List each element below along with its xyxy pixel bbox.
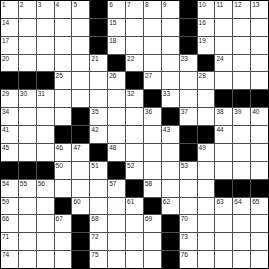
clue-number-36: 36 bbox=[145, 108, 152, 115]
clue-number-67: 67 bbox=[56, 215, 63, 222]
cell-10-5[interactable] bbox=[90, 180, 107, 197]
cell-14-3[interactable] bbox=[55, 251, 72, 268]
cell-12-12[interactable] bbox=[215, 215, 232, 232]
cell-0-2[interactable]: 3 bbox=[37, 1, 54, 18]
black-cell-4-2 bbox=[37, 72, 54, 89]
clue-number-66: 66 bbox=[2, 215, 9, 222]
black-cell-10-7 bbox=[126, 180, 143, 197]
cell-10-0[interactable]: 54 bbox=[1, 180, 18, 197]
cell-5-9[interactable]: 33 bbox=[162, 90, 179, 107]
cell-2-12[interactable] bbox=[215, 37, 232, 54]
cell-8-8[interactable] bbox=[144, 144, 161, 161]
cell-0-13[interactable]: 12 bbox=[233, 1, 250, 18]
clue-number-7: 7 bbox=[127, 1, 131, 8]
cell-10-4[interactable] bbox=[72, 180, 89, 197]
cell-8-4[interactable]: 47 bbox=[72, 144, 89, 161]
cell-14-0[interactable]: 74 bbox=[1, 251, 18, 268]
black-cell-7-4 bbox=[72, 126, 89, 143]
cell-2-6[interactable]: 18 bbox=[108, 37, 125, 54]
cell-1-2[interactable] bbox=[37, 19, 54, 36]
cell-9-3[interactable]: 50 bbox=[55, 162, 72, 179]
cell-9-11[interactable] bbox=[198, 162, 215, 179]
cell-7-13[interactable] bbox=[233, 126, 250, 143]
cell-12-6[interactable] bbox=[108, 215, 125, 232]
cell-10-1[interactable]: 55 bbox=[19, 180, 36, 197]
clue-number-50: 50 bbox=[56, 162, 63, 169]
clue-number-35: 35 bbox=[91, 108, 98, 115]
black-cell-10-14 bbox=[251, 180, 268, 197]
cell-4-14[interactable] bbox=[251, 72, 268, 89]
cell-14-13[interactable] bbox=[233, 251, 250, 268]
cell-10-8[interactable]: 58 bbox=[144, 180, 161, 197]
cell-7-5[interactable]: 42 bbox=[90, 126, 107, 143]
cell-6-5[interactable]: 35 bbox=[90, 108, 107, 125]
clue-number-44: 44 bbox=[216, 126, 223, 133]
cell-5-5[interactable] bbox=[90, 90, 107, 107]
cell-6-12[interactable]: 38 bbox=[215, 108, 232, 125]
black-cell-11-8 bbox=[144, 198, 161, 215]
cell-2-13[interactable] bbox=[233, 37, 250, 54]
cell-9-12[interactable] bbox=[215, 162, 232, 179]
cell-5-10[interactable] bbox=[180, 90, 197, 107]
cell-13-12[interactable] bbox=[215, 233, 232, 250]
black-cell-12-4 bbox=[72, 215, 89, 232]
black-cell-6-4 bbox=[72, 108, 89, 125]
cell-6-8[interactable]: 36 bbox=[144, 108, 161, 125]
clue-number-6: 6 bbox=[109, 1, 113, 8]
clue-number-17: 17 bbox=[2, 37, 9, 44]
clue-number-24: 24 bbox=[216, 55, 223, 62]
black-cell-4-1 bbox=[19, 72, 36, 89]
cell-1-8[interactable] bbox=[144, 19, 161, 36]
cell-0-1[interactable]: 2 bbox=[19, 1, 36, 18]
cell-2-11[interactable]: 19 bbox=[198, 37, 215, 54]
cell-14-6[interactable] bbox=[108, 251, 125, 268]
clue-number-60: 60 bbox=[73, 198, 80, 205]
cell-3-12[interactable]: 24 bbox=[215, 55, 232, 72]
clue-number-30: 30 bbox=[20, 90, 27, 97]
cell-1-14[interactable] bbox=[251, 19, 268, 36]
clue-number-19: 19 bbox=[199, 37, 206, 44]
cell-1-12[interactable] bbox=[215, 19, 232, 36]
cell-2-14[interactable] bbox=[251, 37, 268, 54]
clue-number-51: 51 bbox=[91, 162, 98, 169]
clue-number-15: 15 bbox=[109, 19, 116, 26]
cell-14-2[interactable] bbox=[37, 251, 54, 268]
cell-11-1[interactable] bbox=[19, 198, 36, 215]
cell-0-9[interactable]: 9 bbox=[162, 1, 179, 18]
cell-7-8[interactable] bbox=[144, 126, 161, 143]
cell-13-0[interactable]: 71 bbox=[1, 233, 18, 250]
cell-3-8[interactable] bbox=[144, 55, 161, 72]
cell-9-7[interactable]: 52 bbox=[126, 162, 143, 179]
cell-2-7[interactable] bbox=[126, 37, 143, 54]
cell-5-1[interactable]: 30 bbox=[19, 90, 36, 107]
cell-0-6[interactable]: 6 bbox=[108, 1, 125, 18]
clue-number-69: 69 bbox=[145, 215, 152, 222]
cell-2-4[interactable] bbox=[72, 37, 89, 54]
cell-7-7[interactable] bbox=[126, 126, 143, 143]
cell-9-4[interactable] bbox=[72, 162, 89, 179]
cell-1-13[interactable] bbox=[233, 19, 250, 36]
clue-number-12: 12 bbox=[234, 1, 241, 8]
clue-number-75: 75 bbox=[91, 251, 98, 258]
cell-8-2[interactable] bbox=[37, 144, 54, 161]
clue-number-28: 28 bbox=[199, 72, 206, 79]
black-cell-9-2 bbox=[37, 162, 54, 179]
cell-7-14[interactable] bbox=[251, 126, 268, 143]
cell-1-9[interactable] bbox=[162, 19, 179, 36]
cell-13-14[interactable] bbox=[251, 233, 268, 250]
cell-0-0[interactable]: 1 bbox=[1, 1, 18, 18]
black-cell-9-1 bbox=[19, 162, 36, 179]
cell-14-5[interactable]: 75 bbox=[90, 251, 107, 268]
cell-4-10[interactable] bbox=[180, 72, 197, 89]
cell-11-10[interactable] bbox=[180, 198, 197, 215]
cell-10-6[interactable]: 57 bbox=[108, 180, 125, 197]
cell-3-0[interactable]: 20 bbox=[1, 55, 18, 72]
cell-9-5[interactable]: 51 bbox=[90, 162, 107, 179]
cell-12-11[interactable] bbox=[198, 215, 215, 232]
cell-12-14[interactable] bbox=[251, 215, 268, 232]
black-cell-14-9 bbox=[162, 251, 179, 268]
cell-9-8[interactable] bbox=[144, 162, 161, 179]
clue-number-2: 2 bbox=[20, 1, 24, 8]
black-cell-1-10 bbox=[180, 19, 197, 36]
clue-number-4: 4 bbox=[56, 1, 60, 8]
cell-4-6[interactable]: 26 bbox=[108, 72, 125, 89]
clue-number-55: 55 bbox=[20, 180, 27, 187]
cell-11-12[interactable]: 63 bbox=[215, 198, 232, 215]
cell-6-6[interactable] bbox=[108, 108, 125, 125]
clue-number-70: 70 bbox=[181, 215, 188, 222]
cell-8-7[interactable] bbox=[126, 144, 143, 161]
cell-9-9[interactable] bbox=[162, 162, 179, 179]
cell-12-1[interactable] bbox=[19, 215, 36, 232]
cell-12-2[interactable] bbox=[37, 215, 54, 232]
clue-number-18: 18 bbox=[109, 37, 116, 44]
cell-4-9[interactable] bbox=[162, 72, 179, 89]
cell-7-2[interactable] bbox=[37, 126, 54, 143]
clue-number-21: 21 bbox=[91, 55, 98, 62]
cell-12-13[interactable] bbox=[233, 215, 250, 232]
clue-number-37: 37 bbox=[181, 108, 188, 115]
clue-number-29: 29 bbox=[2, 90, 9, 97]
cell-7-0[interactable]: 41 bbox=[1, 126, 18, 143]
black-cell-5-12 bbox=[215, 90, 232, 107]
cell-1-1[interactable] bbox=[19, 19, 36, 36]
cell-2-3[interactable] bbox=[55, 37, 72, 54]
clue-number-76: 76 bbox=[181, 251, 188, 258]
black-cell-5-14 bbox=[251, 90, 268, 107]
cell-14-10[interactable]: 76 bbox=[180, 251, 197, 268]
black-cell-2-10 bbox=[180, 37, 197, 54]
clue-number-64: 64 bbox=[234, 198, 241, 205]
black-cell-13-9 bbox=[162, 233, 179, 250]
black-cell-10-12 bbox=[215, 180, 232, 197]
cell-0-12[interactable]: 11 bbox=[215, 1, 232, 18]
cell-7-6[interactable] bbox=[108, 126, 125, 143]
crossword-grid: 1234567891011121314151617181920212223242… bbox=[0, 0, 269, 269]
clue-number-48: 48 bbox=[109, 144, 116, 151]
cell-5-4[interactable] bbox=[72, 90, 89, 107]
clue-number-41: 41 bbox=[2, 126, 9, 133]
clue-number-45: 45 bbox=[2, 144, 9, 151]
cell-8-14[interactable] bbox=[251, 144, 268, 161]
clue-number-11: 11 bbox=[216, 1, 223, 8]
cell-5-6[interactable] bbox=[108, 90, 125, 107]
cell-11-9[interactable]: 62 bbox=[162, 198, 179, 215]
cell-7-12[interactable]: 44 bbox=[215, 126, 232, 143]
cell-13-7[interactable] bbox=[126, 233, 143, 250]
black-cell-6-9 bbox=[162, 108, 179, 125]
cell-12-8[interactable]: 69 bbox=[144, 215, 161, 232]
clue-number-68: 68 bbox=[91, 215, 98, 222]
cell-13-5[interactable]: 72 bbox=[90, 233, 107, 250]
cell-10-10[interactable] bbox=[180, 180, 197, 197]
cell-4-3[interactable]: 25 bbox=[55, 72, 72, 89]
clue-number-59: 59 bbox=[2, 198, 9, 205]
black-cell-8-10 bbox=[180, 144, 197, 161]
cell-0-11[interactable]: 10 bbox=[198, 1, 215, 18]
cell-3-10[interactable]: 23 bbox=[180, 55, 197, 72]
cell-2-2[interactable] bbox=[37, 37, 54, 54]
black-cell-9-0 bbox=[1, 162, 18, 179]
cell-3-5[interactable]: 21 bbox=[90, 55, 107, 72]
clue-number-49: 49 bbox=[199, 144, 206, 151]
clue-number-39: 39 bbox=[234, 108, 241, 115]
clue-number-33: 33 bbox=[163, 90, 170, 97]
cell-13-8[interactable] bbox=[144, 233, 161, 250]
clue-number-73: 73 bbox=[181, 233, 188, 240]
cell-4-11[interactable]: 28 bbox=[198, 72, 215, 89]
clue-number-72: 72 bbox=[91, 233, 98, 240]
cell-3-14[interactable] bbox=[251, 55, 268, 72]
black-cell-5-8 bbox=[144, 90, 161, 107]
cell-12-3[interactable]: 67 bbox=[55, 215, 72, 232]
clue-number-23: 23 bbox=[181, 55, 188, 62]
clue-number-74: 74 bbox=[2, 251, 9, 258]
cell-6-11[interactable] bbox=[198, 108, 215, 125]
cell-10-11[interactable] bbox=[198, 180, 215, 197]
clue-number-14: 14 bbox=[2, 19, 9, 26]
cell-14-12[interactable] bbox=[215, 251, 232, 268]
cell-6-10[interactable]: 37 bbox=[180, 108, 197, 125]
cell-9-13[interactable] bbox=[233, 162, 250, 179]
clue-number-40: 40 bbox=[252, 108, 259, 115]
cell-6-3[interactable] bbox=[55, 108, 72, 125]
cell-8-0[interactable]: 45 bbox=[1, 144, 18, 161]
black-cell-7-11 bbox=[198, 126, 215, 143]
clue-number-62: 62 bbox=[163, 198, 170, 205]
cell-13-3[interactable] bbox=[55, 233, 72, 250]
clue-number-46: 46 bbox=[56, 144, 63, 151]
cell-13-6[interactable] bbox=[108, 233, 125, 250]
cell-12-0[interactable]: 66 bbox=[1, 215, 18, 232]
cell-3-7[interactable]: 22 bbox=[126, 55, 143, 72]
clue-number-31: 31 bbox=[38, 90, 45, 97]
cell-1-11[interactable]: 16 bbox=[198, 19, 215, 36]
black-cell-0-5 bbox=[90, 1, 107, 18]
cell-3-1[interactable] bbox=[19, 55, 36, 72]
clue-number-54: 54 bbox=[2, 180, 9, 187]
black-cell-10-13 bbox=[233, 180, 250, 197]
black-cell-4-0 bbox=[1, 72, 18, 89]
black-cell-9-6 bbox=[108, 162, 125, 179]
cell-1-4[interactable] bbox=[72, 19, 89, 36]
cell-11-4[interactable]: 60 bbox=[72, 198, 89, 215]
cell-0-8[interactable]: 8 bbox=[144, 1, 161, 18]
cell-10-2[interactable]: 56 bbox=[37, 180, 54, 197]
black-cell-12-9 bbox=[162, 215, 179, 232]
clue-number-34: 34 bbox=[2, 108, 9, 115]
clue-number-43: 43 bbox=[163, 126, 170, 133]
cell-9-10[interactable]: 53 bbox=[180, 162, 197, 179]
black-cell-1-5 bbox=[90, 19, 107, 36]
cell-11-14[interactable]: 65 bbox=[251, 198, 268, 215]
black-cell-13-4 bbox=[72, 233, 89, 250]
clue-number-22: 22 bbox=[127, 55, 134, 62]
cell-14-7[interactable] bbox=[126, 251, 143, 268]
cell-12-5[interactable]: 68 bbox=[90, 215, 107, 232]
cell-11-13[interactable]: 64 bbox=[233, 198, 250, 215]
cell-11-6[interactable] bbox=[108, 198, 125, 215]
cell-2-0[interactable]: 17 bbox=[1, 37, 18, 54]
cell-6-7[interactable] bbox=[126, 108, 143, 125]
clue-number-16: 16 bbox=[199, 19, 206, 26]
clue-number-65: 65 bbox=[252, 198, 259, 205]
cell-8-12[interactable] bbox=[215, 144, 232, 161]
clue-number-71: 71 bbox=[2, 233, 9, 240]
cell-8-3[interactable]: 46 bbox=[55, 144, 72, 161]
clue-number-52: 52 bbox=[127, 162, 134, 169]
clue-number-5: 5 bbox=[73, 1, 77, 8]
cell-8-6[interactable]: 48 bbox=[108, 144, 125, 161]
cell-5-7[interactable]: 32 bbox=[126, 90, 143, 107]
clue-number-27: 27 bbox=[145, 72, 152, 79]
cell-6-0[interactable]: 34 bbox=[1, 108, 18, 125]
cell-11-11[interactable] bbox=[198, 198, 215, 215]
black-cell-8-5 bbox=[90, 144, 107, 161]
cell-12-7[interactable] bbox=[126, 215, 143, 232]
black-cell-0-10 bbox=[180, 1, 197, 18]
cell-13-10[interactable]: 73 bbox=[180, 233, 197, 250]
cell-10-3[interactable] bbox=[55, 180, 72, 197]
cell-6-14[interactable]: 40 bbox=[251, 108, 268, 125]
cell-13-11[interactable] bbox=[198, 233, 215, 250]
black-cell-3-6 bbox=[108, 55, 125, 72]
cell-11-0[interactable]: 59 bbox=[1, 198, 18, 215]
cell-9-14[interactable] bbox=[251, 162, 268, 179]
cell-8-1[interactable] bbox=[19, 144, 36, 161]
cell-4-13[interactable] bbox=[233, 72, 250, 89]
cell-0-4[interactable]: 5 bbox=[72, 1, 89, 18]
cell-3-9[interactable] bbox=[162, 55, 179, 72]
cell-6-2[interactable] bbox=[37, 108, 54, 125]
cell-3-3[interactable] bbox=[55, 55, 72, 72]
cell-5-0[interactable]: 29 bbox=[1, 90, 18, 107]
clue-number-57: 57 bbox=[109, 180, 116, 187]
clue-number-32: 32 bbox=[127, 90, 134, 97]
cell-14-1[interactable] bbox=[19, 251, 36, 268]
black-cell-7-10 bbox=[180, 126, 197, 143]
clue-number-42: 42 bbox=[91, 126, 98, 133]
clue-number-25: 25 bbox=[56, 72, 63, 79]
clue-number-56: 56 bbox=[38, 180, 45, 187]
cell-8-13[interactable] bbox=[233, 144, 250, 161]
cell-11-7[interactable]: 61 bbox=[126, 198, 143, 215]
clue-number-58: 58 bbox=[145, 180, 152, 187]
clue-number-38: 38 bbox=[216, 108, 223, 115]
cell-10-9[interactable] bbox=[162, 180, 179, 197]
cell-11-2[interactable] bbox=[37, 198, 54, 215]
black-cell-7-3 bbox=[55, 126, 72, 143]
cell-4-5[interactable] bbox=[90, 72, 107, 89]
cell-3-13[interactable] bbox=[233, 55, 250, 72]
cell-2-8[interactable] bbox=[144, 37, 161, 54]
black-cell-3-11 bbox=[198, 55, 215, 72]
cell-4-8[interactable]: 27 bbox=[144, 72, 161, 89]
clue-number-9: 9 bbox=[163, 1, 167, 8]
cell-6-1[interactable] bbox=[19, 108, 36, 125]
cell-11-5[interactable] bbox=[90, 198, 107, 215]
cell-5-3[interactable] bbox=[55, 90, 72, 107]
black-cell-5-13 bbox=[233, 90, 250, 107]
cell-3-4[interactable] bbox=[72, 55, 89, 72]
cell-12-10[interactable]: 70 bbox=[180, 215, 197, 232]
cell-14-11[interactable] bbox=[198, 251, 215, 268]
cell-8-9[interactable] bbox=[162, 144, 179, 161]
cell-1-0[interactable]: 14 bbox=[1, 19, 18, 36]
cell-5-2[interactable]: 31 bbox=[37, 90, 54, 107]
black-cell-14-4 bbox=[72, 251, 89, 268]
cell-0-7[interactable]: 7 bbox=[126, 1, 143, 18]
clue-number-26: 26 bbox=[109, 72, 116, 79]
cell-2-9[interactable] bbox=[162, 37, 179, 54]
clue-number-8: 8 bbox=[145, 1, 149, 8]
crossword-puzzle: 1234567891011121314151617181920212223242… bbox=[0, 0, 269, 269]
clue-number-61: 61 bbox=[127, 198, 134, 205]
cell-4-12[interactable] bbox=[215, 72, 232, 89]
cell-3-2[interactable] bbox=[37, 55, 54, 72]
cell-1-6[interactable]: 15 bbox=[108, 19, 125, 36]
cell-14-8[interactable] bbox=[144, 251, 161, 268]
clue-number-1: 1 bbox=[2, 1, 6, 8]
cell-13-13[interactable] bbox=[233, 233, 250, 250]
cell-0-3[interactable]: 4 bbox=[55, 1, 72, 18]
black-cell-4-7 bbox=[126, 72, 143, 89]
clue-number-3: 3 bbox=[38, 1, 42, 8]
cell-13-2[interactable] bbox=[37, 233, 54, 250]
cell-1-3[interactable] bbox=[55, 19, 72, 36]
clue-number-13: 13 bbox=[252, 1, 259, 8]
cell-5-11[interactable] bbox=[198, 90, 215, 107]
cell-8-11[interactable]: 49 bbox=[198, 144, 215, 161]
cell-4-4[interactable] bbox=[72, 72, 89, 89]
black-cell-2-5 bbox=[90, 37, 107, 54]
cell-13-1[interactable] bbox=[19, 233, 36, 250]
cell-6-13[interactable]: 39 bbox=[233, 108, 250, 125]
cell-7-9[interactable]: 43 bbox=[162, 126, 179, 143]
clue-number-10: 10 bbox=[199, 1, 206, 8]
clue-number-47: 47 bbox=[73, 144, 80, 151]
cell-14-14[interactable] bbox=[251, 251, 268, 268]
clue-number-63: 63 bbox=[216, 198, 223, 205]
cell-1-7[interactable] bbox=[126, 19, 143, 36]
cell-0-14[interactable]: 13 bbox=[251, 1, 268, 18]
cell-2-1[interactable] bbox=[19, 37, 36, 54]
cell-7-1[interactable] bbox=[19, 126, 36, 143]
